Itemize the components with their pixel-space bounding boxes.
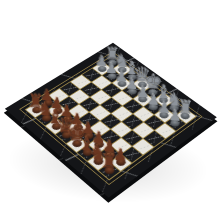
piece-black-pawn: ♟ — [164, 108, 187, 124]
piece-white-rook: ♜ — [97, 152, 122, 172]
product-photo: ♜♞♝♛♚♝♞♜♟♟♟♟♟♟♟♟♟♟♟♟♟♟♟♟♜♞♝♛♚♝♞♜ — [0, 0, 222, 222]
photo-scene: ♜♞♝♛♚♝♞♜♟♟♟♟♟♟♟♟♟♟♟♟♟♟♟♟♜♞♝♛♚♝♞♜ — [0, 0, 222, 222]
square-d5 — [101, 98, 121, 112]
